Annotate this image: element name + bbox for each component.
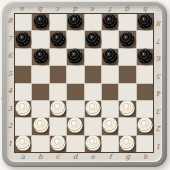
file-top-label-c: c [49,4,67,13]
file-labels-bottom: abcdefgh [14,153,154,162]
file-bottom-label-h: h [137,153,155,162]
square-g7[interactable] [119,31,135,47]
square-g1[interactable] [119,136,135,152]
file-top-label-a: a [14,4,32,13]
square-c6[interactable] [50,49,66,65]
square-c7[interactable] [50,31,66,47]
square-e2[interactable] [85,118,101,134]
square-f2[interactable] [102,118,118,134]
square-g6[interactable] [119,49,135,65]
square-f6[interactable] [102,49,118,65]
square-d1[interactable] [67,136,83,152]
file-labels-top: abcdefgh [14,4,154,13]
square-a4[interactable] [15,84,31,100]
white-man-f2[interactable] [103,118,118,133]
square-d7[interactable] [67,31,83,47]
black-man-h6[interactable] [137,49,152,64]
square-h1[interactable] [137,136,153,152]
rank-right-label-6: 6 [155,48,163,66]
black-man-b8[interactable] [33,14,48,29]
file-top-label-g: g [119,4,137,13]
black-man-d8[interactable] [68,14,83,29]
rank-right-label-3: 3 [155,101,163,119]
rank-labels-right: 87654321 [155,13,163,153]
square-b7[interactable] [32,31,48,47]
rank-left-label-1: 1 [6,136,14,154]
square-d3[interactable] [67,101,83,117]
square-h2[interactable] [137,118,153,134]
square-f5[interactable] [102,66,118,82]
rank-left-label-3: 3 [6,101,14,119]
white-man-g3[interactable] [120,101,135,116]
square-g5[interactable] [119,66,135,82]
white-man-d2[interactable] [68,118,83,133]
square-e7[interactable] [85,31,101,47]
white-man-a1[interactable] [16,135,31,150]
rank-right-label-8: 8 [155,13,163,31]
black-man-e7[interactable] [85,31,100,46]
photo-background: abcdefgh abcdefgh 87654321 87654321 [0,0,170,170]
square-c1[interactable] [50,136,66,152]
white-man-c3[interactable] [50,101,65,116]
square-h8[interactable] [137,14,153,30]
black-man-a7[interactable] [16,31,31,46]
file-bottom-label-c: c [49,153,67,162]
square-a2[interactable] [15,118,31,134]
rank-left-label-7: 7 [6,31,14,49]
square-a5[interactable] [15,66,31,82]
square-h3[interactable] [137,101,153,117]
square-h5[interactable] [137,66,153,82]
square-e6[interactable] [85,49,101,65]
file-bottom-label-g: g [119,153,137,162]
square-g2[interactable] [119,118,135,134]
square-c5[interactable] [50,66,66,82]
square-b3[interactable] [32,101,48,117]
square-c4[interactable] [50,84,66,100]
black-man-f6[interactable] [103,49,118,64]
square-d4[interactable] [67,84,83,100]
square-g4[interactable] [119,84,135,100]
rank-labels-left: 87654321 [6,13,14,153]
file-bottom-label-b: b [32,153,50,162]
file-top-label-h: h [137,4,155,13]
rank-left-label-2: 2 [6,118,14,136]
rank-right-label-2: 2 [155,118,163,136]
white-man-e1[interactable] [85,135,100,150]
white-man-b2[interactable] [33,118,48,133]
white-man-g1[interactable] [120,135,135,150]
square-e5[interactable] [85,66,101,82]
rank-right-label-1: 1 [155,136,163,154]
square-f7[interactable] [102,31,118,47]
square-b2[interactable] [32,118,48,134]
square-a1[interactable] [15,136,31,152]
black-man-g7[interactable] [120,31,135,46]
rank-right-label-4: 4 [155,83,163,101]
file-bottom-label-d: d [67,153,85,162]
file-top-label-d: d [67,4,85,13]
square-d6[interactable] [67,49,83,65]
file-top-label-b: b [32,4,50,13]
square-f1[interactable] [102,136,118,152]
white-man-a3[interactable] [16,101,31,116]
black-man-d6[interactable] [68,49,83,64]
square-f3[interactable] [102,101,118,117]
file-top-label-e: e [84,4,102,13]
square-d5[interactable] [67,66,83,82]
square-b8[interactable] [32,14,48,30]
square-g3[interactable] [119,101,135,117]
square-h6[interactable] [137,49,153,65]
square-b1[interactable] [32,136,48,152]
square-c8[interactable] [50,14,66,30]
rank-right-label-5: 5 [155,66,163,84]
white-man-c1[interactable] [50,135,65,150]
black-man-f8[interactable] [103,14,118,29]
square-d8[interactable] [67,14,83,30]
square-a3[interactable] [15,101,31,117]
file-bottom-label-a: a [14,153,32,162]
square-a7[interactable] [15,31,31,47]
square-a6[interactable] [15,49,31,65]
black-man-c7[interactable] [50,31,65,46]
square-b4[interactable] [32,84,48,100]
square-e1[interactable] [85,136,101,152]
checkers-board[interactable] [14,13,154,153]
rank-left-label-8: 8 [6,13,14,31]
black-man-b6[interactable] [33,49,48,64]
square-b6[interactable] [32,49,48,65]
square-a8[interactable] [15,14,31,30]
square-h7[interactable] [137,31,153,47]
rank-left-label-4: 4 [6,83,14,101]
square-e8[interactable] [85,14,101,30]
square-h4[interactable] [137,84,153,100]
square-c3[interactable] [50,101,66,117]
square-f8[interactable] [102,14,118,30]
square-b5[interactable] [32,66,48,82]
square-f4[interactable] [102,84,118,100]
white-man-e3[interactable] [85,101,100,116]
white-man-h2[interactable] [137,118,152,133]
square-g8[interactable] [119,14,135,30]
rank-left-label-6: 6 [6,48,14,66]
square-e3[interactable] [85,101,101,117]
file-bottom-label-f: f [102,153,120,162]
file-bottom-label-e: e [84,153,102,162]
square-c2[interactable] [50,118,66,134]
rank-left-label-5: 5 [6,66,14,84]
rank-right-label-7: 7 [155,31,163,49]
black-man-h8[interactable] [137,14,152,29]
file-top-label-f: f [102,4,120,13]
square-d2[interactable] [67,118,83,134]
square-e4[interactable] [85,84,101,100]
